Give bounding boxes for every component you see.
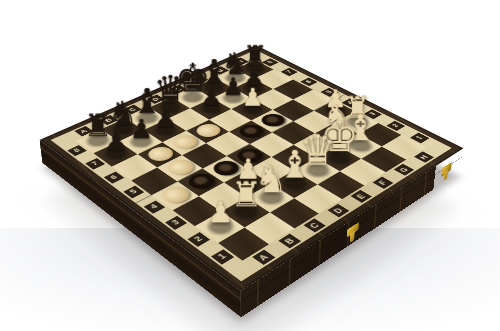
- box-lid-seam: [45, 144, 48, 168]
- black-pawn-glyph: ♟: [188, 65, 233, 108]
- white-pawn-glyph: ♟: [230, 66, 275, 109]
- black-pawn-glyph: ♟: [91, 107, 140, 154]
- white-pawn-glyph: ♟: [193, 175, 248, 227]
- brass-latch: [441, 162, 452, 176]
- product-photo-scene: AA11BB22CC33DD44EE55FF66GG77HH88♟♜♞♝♛♚♝♟…: [0, 0, 500, 331]
- brass-latch: [346, 222, 358, 238]
